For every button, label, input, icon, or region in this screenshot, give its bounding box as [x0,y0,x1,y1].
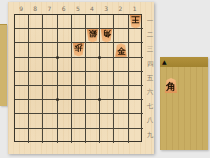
rank-label: 九 [146,128,154,142]
square-8i[interactable] [29,129,43,143]
file-label: 5 [71,4,85,13]
square-5e[interactable] [72,72,86,86]
square-2i[interactable] [114,129,128,143]
piece-glyph: 角 [166,80,176,93]
square-1g[interactable] [129,100,143,114]
square-1f[interactable] [129,86,143,100]
square-2d[interactable] [114,58,128,72]
square-7d[interactable] [43,58,57,72]
square-3i[interactable] [100,129,114,143]
square-2b[interactable] [114,29,128,43]
square-6i[interactable] [58,129,72,143]
sente-hand-header: ▲ [160,57,208,67]
sente-hand-tray: ▲ 角 [160,57,208,150]
square-6a[interactable] [58,15,72,29]
square-7g[interactable] [43,100,57,114]
gote-hand-tray [0,24,7,106]
file-label: 2 [113,4,127,13]
square-7h[interactable] [43,114,57,128]
file-label: 1 [128,4,142,13]
square-5f[interactable] [72,86,86,100]
sente-marker-icon: ▲ [162,57,167,67]
square-7b[interactable] [43,29,57,43]
square-9g[interactable] [15,100,29,114]
rank-labels: 一二三四五六七八九 [146,14,154,142]
square-6e[interactable] [58,72,72,86]
square-9i[interactable] [15,129,29,143]
square-9d[interactable] [15,58,29,72]
square-8a[interactable] [29,15,43,29]
square-5i[interactable] [72,129,86,143]
square-8b[interactable] [29,29,43,43]
piece-glyph: 歩 [74,43,82,53]
piece-glyph: 金 [117,47,125,57]
square-9c[interactable] [15,43,29,57]
square-8c[interactable] [29,43,43,57]
square-8f[interactable] [29,86,43,100]
square-3a[interactable] [100,15,114,29]
shogi-diagram: 987654321 一二三四五六七八九 王銀角歩金 ▲ 角 [0,0,210,158]
square-2f[interactable] [114,86,128,100]
piece-glyph: 角 [103,29,111,39]
rank-label: 八 [146,113,154,127]
file-labels: 987654321 [14,4,142,13]
square-1h[interactable] [129,114,143,128]
square-3d[interactable] [100,58,114,72]
square-6d[interactable] [58,58,72,72]
square-9h[interactable] [15,114,29,128]
square-5d[interactable] [72,58,86,72]
square-7i[interactable] [43,129,57,143]
square-1e[interactable] [129,72,143,86]
square-4e[interactable] [86,72,100,86]
square-6f[interactable] [58,86,72,100]
square-8h[interactable] [29,114,43,128]
star-point-icon [98,56,101,59]
square-5g[interactable] [72,100,86,114]
rank-label: 七 [146,99,154,113]
star-point-icon [56,56,59,59]
square-9f[interactable] [15,86,29,100]
piece-glyph: 王 [131,15,139,25]
square-6h[interactable] [58,114,72,128]
square-1b[interactable] [129,29,143,43]
rank-label: 一 [146,14,154,28]
square-4d[interactable] [86,58,100,72]
square-6g[interactable] [58,100,72,114]
square-2g[interactable] [114,100,128,114]
shogi-board-panel: 987654321 一二三四五六七八九 王銀角歩金 [8,2,154,154]
hand-piece-角[interactable]: 角 [164,78,178,93]
rank-label: 四 [146,57,154,71]
square-6b[interactable] [58,29,72,43]
file-label: 9 [14,4,28,13]
square-8d[interactable] [29,58,43,72]
square-4g[interactable] [86,100,100,114]
square-1i[interactable] [129,129,143,143]
square-4h[interactable] [86,114,100,128]
square-3e[interactable] [100,72,114,86]
rank-label: 六 [146,85,154,99]
square-9e[interactable] [15,72,29,86]
square-1d[interactable] [129,58,143,72]
file-label: 4 [85,4,99,13]
square-5h[interactable] [72,114,86,128]
file-label: 8 [28,4,42,13]
file-label: 6 [57,4,71,13]
sente-hand-body: 角 [160,67,208,150]
rank-label: 五 [146,71,154,85]
square-9a[interactable] [15,15,29,29]
file-label: 7 [42,4,56,13]
square-3c[interactable] [100,43,114,57]
square-2a[interactable] [114,15,128,29]
square-2h[interactable] [114,114,128,128]
square-7a[interactable] [43,15,57,29]
square-3h[interactable] [100,114,114,128]
square-9b[interactable] [15,29,29,43]
square-7c[interactable] [43,43,57,57]
piece-glyph: 銀 [88,29,96,39]
file-label: 3 [99,4,113,13]
star-point-icon [56,98,59,101]
square-4i[interactable] [86,129,100,143]
square-4a[interactable] [86,15,100,29]
square-1c[interactable] [129,43,143,57]
rank-label: 三 [146,42,154,56]
square-3f[interactable] [100,86,114,100]
square-5a[interactable] [72,15,86,29]
square-2e[interactable] [114,72,128,86]
square-3g[interactable] [100,100,114,114]
square-6c[interactable] [58,43,72,57]
square-5b[interactable] [72,29,86,43]
square-8g[interactable] [29,100,43,114]
rank-label: 二 [146,28,154,42]
square-7e[interactable] [43,72,57,86]
board-grid [14,14,142,142]
square-8e[interactable] [29,72,43,86]
